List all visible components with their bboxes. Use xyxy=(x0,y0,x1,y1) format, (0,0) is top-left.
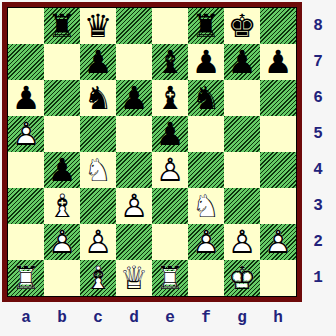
piece-black-king: ♚ xyxy=(224,8,260,44)
square-c5[interactable] xyxy=(80,116,116,152)
piece-white-rook: ♜♖ xyxy=(152,260,188,296)
square-d3[interactable]: ♟♙ xyxy=(116,188,152,224)
piece-white-pawn: ♟♙ xyxy=(152,152,188,188)
square-h3[interactable] xyxy=(260,188,296,224)
square-e5[interactable]: ♟ xyxy=(152,116,188,152)
rank-label-8: 8 xyxy=(304,8,332,44)
square-e8[interactable] xyxy=(152,8,188,44)
square-a4[interactable] xyxy=(8,152,44,188)
piece-white-king: ♚♔ xyxy=(224,260,260,296)
rank-label-3: 3 xyxy=(304,188,332,224)
file-label-c: c xyxy=(80,304,116,332)
square-e1[interactable]: ♜♖ xyxy=(152,260,188,296)
square-f5[interactable] xyxy=(188,116,224,152)
piece-white-rook: ♜♖ xyxy=(8,260,44,296)
square-g6[interactable] xyxy=(224,80,260,116)
piece-black-knight: ♞ xyxy=(80,80,116,116)
piece-white-pawn: ♟♙ xyxy=(188,224,224,260)
square-d7[interactable] xyxy=(116,44,152,80)
square-c8[interactable]: ♛ xyxy=(80,8,116,44)
square-a8[interactable] xyxy=(8,8,44,44)
file-label-d: d xyxy=(116,304,152,332)
square-c7[interactable]: ♟ xyxy=(80,44,116,80)
piece-white-pawn: ♟♙ xyxy=(224,224,260,260)
square-a5[interactable]: ♟♙ xyxy=(8,116,44,152)
piece-black-rook: ♜ xyxy=(188,8,224,44)
square-h8[interactable] xyxy=(260,8,296,44)
square-d5[interactable] xyxy=(116,116,152,152)
piece-black-pawn: ♟ xyxy=(188,44,224,80)
square-c1[interactable]: ♝♗ xyxy=(80,260,116,296)
square-c3[interactable] xyxy=(80,188,116,224)
piece-black-pawn: ♟ xyxy=(80,44,116,80)
square-g4[interactable] xyxy=(224,152,260,188)
file-label-b: b xyxy=(44,304,80,332)
square-b5[interactable] xyxy=(44,116,80,152)
square-g1[interactable]: ♚♔ xyxy=(224,260,260,296)
square-h5[interactable] xyxy=(260,116,296,152)
piece-white-pawn: ♟♙ xyxy=(116,188,152,224)
square-c2[interactable]: ♟♙ xyxy=(80,224,116,260)
piece-white-knight: ♞♘ xyxy=(188,188,224,224)
square-d1[interactable]: ♛♕ xyxy=(116,260,152,296)
rank-label-6: 6 xyxy=(304,80,332,116)
rank-label-1: 1 xyxy=(304,260,332,296)
square-g5[interactable] xyxy=(224,116,260,152)
chess-board-frame: ♜♛♜♚♟♝♟♟♟♟♞♟♝♞♟♙♟♟♞♘♟♙♝♗♟♙♞♘♟♙♟♙♟♙♟♙♟♙♜♖… xyxy=(2,2,302,302)
square-h6[interactable] xyxy=(260,80,296,116)
square-b6[interactable] xyxy=(44,80,80,116)
piece-black-rook: ♜ xyxy=(44,8,80,44)
square-h4[interactable] xyxy=(260,152,296,188)
square-a6[interactable]: ♟ xyxy=(8,80,44,116)
rank-label-7: 7 xyxy=(304,44,332,80)
piece-black-pawn: ♟ xyxy=(116,80,152,116)
square-h1[interactable] xyxy=(260,260,296,296)
chess-board: ♜♛♜♚♟♝♟♟♟♟♞♟♝♞♟♙♟♟♞♘♟♙♝♗♟♙♞♘♟♙♟♙♟♙♟♙♟♙♜♖… xyxy=(8,8,296,296)
piece-black-pawn: ♟ xyxy=(8,80,44,116)
square-d8[interactable] xyxy=(116,8,152,44)
square-e4[interactable]: ♟♙ xyxy=(152,152,188,188)
square-f4[interactable] xyxy=(188,152,224,188)
piece-black-bishop: ♝ xyxy=(152,44,188,80)
file-label-f: f xyxy=(188,304,224,332)
square-d6[interactable]: ♟ xyxy=(116,80,152,116)
square-e2[interactable] xyxy=(152,224,188,260)
square-e6[interactable]: ♝ xyxy=(152,80,188,116)
square-f3[interactable]: ♞♘ xyxy=(188,188,224,224)
file-labels: abcdefgh xyxy=(8,304,296,332)
square-f6[interactable]: ♞ xyxy=(188,80,224,116)
file-label-e: e xyxy=(152,304,188,332)
square-h7[interactable]: ♟ xyxy=(260,44,296,80)
square-b2[interactable]: ♟♙ xyxy=(44,224,80,260)
file-label-h: h xyxy=(260,304,296,332)
square-f8[interactable]: ♜ xyxy=(188,8,224,44)
piece-black-queen: ♛ xyxy=(80,8,116,44)
square-h2[interactable]: ♟♙ xyxy=(260,224,296,260)
file-label-a: a xyxy=(8,304,44,332)
rank-label-5: 5 xyxy=(304,116,332,152)
square-f1[interactable] xyxy=(188,260,224,296)
square-g3[interactable] xyxy=(224,188,260,224)
piece-black-knight: ♞ xyxy=(188,80,224,116)
square-b4[interactable]: ♟ xyxy=(44,152,80,188)
square-d2[interactable] xyxy=(116,224,152,260)
square-f2[interactable]: ♟♙ xyxy=(188,224,224,260)
square-a1[interactable]: ♜♖ xyxy=(8,260,44,296)
square-f7[interactable]: ♟ xyxy=(188,44,224,80)
square-c4[interactable]: ♞♘ xyxy=(80,152,116,188)
piece-white-pawn: ♟♙ xyxy=(80,224,116,260)
piece-white-pawn: ♟♙ xyxy=(8,116,44,152)
square-g8[interactable]: ♚ xyxy=(224,8,260,44)
rank-labels: 87654321 xyxy=(304,8,332,296)
square-a7[interactable] xyxy=(8,44,44,80)
piece-white-queen: ♛♕ xyxy=(116,260,152,296)
square-a3[interactable] xyxy=(8,188,44,224)
square-c6[interactable]: ♞ xyxy=(80,80,116,116)
rank-label-4: 4 xyxy=(304,152,332,188)
square-b1[interactable] xyxy=(44,260,80,296)
file-label-g: g xyxy=(224,304,260,332)
square-b8[interactable]: ♜ xyxy=(44,8,80,44)
piece-white-bishop: ♝♗ xyxy=(80,260,116,296)
piece-black-bishop: ♝ xyxy=(152,80,188,116)
rank-label-2: 2 xyxy=(304,224,332,260)
piece-black-pawn: ♟ xyxy=(260,44,296,80)
piece-black-pawn: ♟ xyxy=(44,152,80,188)
piece-white-bishop: ♝♗ xyxy=(44,188,80,224)
piece-black-pawn: ♟ xyxy=(152,116,188,152)
square-a2[interactable] xyxy=(8,224,44,260)
square-b7[interactable] xyxy=(44,44,80,80)
square-d4[interactable] xyxy=(116,152,152,188)
square-e3[interactable] xyxy=(152,188,188,224)
square-g2[interactable]: ♟♙ xyxy=(224,224,260,260)
square-g7[interactable]: ♟ xyxy=(224,44,260,80)
piece-black-pawn: ♟ xyxy=(224,44,260,80)
chess-board-inner-border: ♜♛♜♚♟♝♟♟♟♟♞♟♝♞♟♙♟♟♞♘♟♙♝♗♟♙♞♘♟♙♟♙♟♙♟♙♟♙♜♖… xyxy=(7,7,297,297)
piece-white-pawn: ♟♙ xyxy=(260,224,296,260)
square-b3[interactable]: ♝♗ xyxy=(44,188,80,224)
square-e7[interactable]: ♝ xyxy=(152,44,188,80)
piece-white-knight: ♞♘ xyxy=(80,152,116,188)
piece-white-pawn: ♟♙ xyxy=(44,224,80,260)
